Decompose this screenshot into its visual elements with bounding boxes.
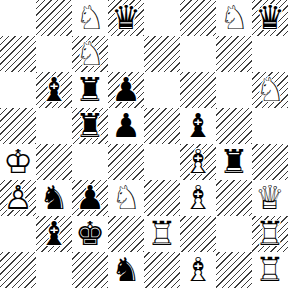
square-d4[interactable] [108, 144, 144, 180]
square-e4[interactable] [144, 144, 180, 180]
piece-black-bishop: ♝ [36, 216, 72, 252]
square-e5[interactable] [144, 108, 180, 144]
piece-black-pawn: ♟ [108, 108, 144, 144]
square-h5[interactable] [252, 108, 288, 144]
square-g3[interactable] [216, 180, 252, 216]
square-e6[interactable] [144, 72, 180, 108]
square-e1[interactable] [144, 252, 180, 288]
square-f7[interactable] [180, 36, 216, 72]
square-g4[interactable]: ♜ [216, 144, 252, 180]
square-d6[interactable]: ♟ [108, 72, 144, 108]
square-g6[interactable] [216, 72, 252, 108]
square-b6[interactable]: ♝ [36, 72, 72, 108]
square-a7[interactable] [0, 36, 36, 72]
piece-black-rook: ♜ [72, 72, 108, 108]
square-g5[interactable] [216, 108, 252, 144]
square-a3[interactable]: ♟♙ [0, 180, 36, 216]
piece-white-knight: ♞♘ [108, 180, 144, 216]
square-g1[interactable] [216, 252, 252, 288]
square-f6[interactable] [180, 72, 216, 108]
square-d3[interactable]: ♞♘ [108, 180, 144, 216]
square-g2[interactable] [216, 216, 252, 252]
square-a2[interactable] [0, 216, 36, 252]
square-b8[interactable] [36, 0, 72, 36]
square-g8[interactable]: ♞♘ [216, 0, 252, 36]
square-g7[interactable] [216, 36, 252, 72]
square-d8[interactable]: ♛ [108, 0, 144, 36]
piece-white-bishop: ♝♗ [180, 252, 216, 288]
square-h4[interactable] [252, 144, 288, 180]
piece-black-rook: ♜ [72, 108, 108, 144]
square-f5[interactable]: ♝ [180, 108, 216, 144]
square-c5[interactable]: ♜ [72, 108, 108, 144]
square-c6[interactable]: ♜ [72, 72, 108, 108]
square-c7[interactable]: ♞♘ [72, 36, 108, 72]
square-f1[interactable]: ♝♗ [180, 252, 216, 288]
piece-black-bishop: ♝ [36, 72, 72, 108]
piece-white-knight: ♞♘ [216, 0, 252, 36]
square-c1[interactable] [72, 252, 108, 288]
square-h8[interactable]: ♛ [252, 0, 288, 36]
square-d5[interactable]: ♟ [108, 108, 144, 144]
piece-black-king: ♚ [72, 216, 108, 252]
square-c3[interactable]: ♟ [72, 180, 108, 216]
square-d7[interactable] [108, 36, 144, 72]
piece-white-pawn: ♟♙ [0, 180, 36, 216]
piece-black-knight: ♞ [36, 180, 72, 216]
square-c4[interactable] [72, 144, 108, 180]
piece-white-bishop: ♝♗ [180, 144, 216, 180]
piece-white-knight: ♞♘ [72, 0, 108, 36]
square-d1[interactable]: ♞ [108, 252, 144, 288]
square-h7[interactable] [252, 36, 288, 72]
square-e8[interactable] [144, 0, 180, 36]
piece-white-queen: ♛♕ [252, 180, 288, 216]
square-b7[interactable] [36, 36, 72, 72]
piece-white-knight: ♞♘ [72, 36, 108, 72]
square-h1[interactable]: ♜♖ [252, 252, 288, 288]
piece-black-queen: ♛ [252, 0, 288, 36]
square-c8[interactable]: ♞♘ [72, 0, 108, 36]
square-c2[interactable]: ♚ [72, 216, 108, 252]
square-e2[interactable]: ♜♖ [144, 216, 180, 252]
piece-white-rook: ♜♖ [144, 216, 180, 252]
square-a5[interactable] [0, 108, 36, 144]
piece-black-pawn: ♟ [72, 180, 108, 216]
square-h6[interactable]: ♞♘ [252, 72, 288, 108]
piece-white-king: ♚♔ [0, 144, 36, 180]
piece-white-bishop: ♝♗ [180, 180, 216, 216]
square-b1[interactable] [36, 252, 72, 288]
square-f2[interactable] [180, 216, 216, 252]
piece-white-rook: ♜♖ [252, 252, 288, 288]
piece-white-rook: ♜♖ [252, 216, 288, 252]
square-f4[interactable]: ♝♗ [180, 144, 216, 180]
square-h2[interactable]: ♜♖ [252, 216, 288, 252]
piece-black-queen: ♛ [108, 0, 144, 36]
square-d2[interactable] [108, 216, 144, 252]
square-f3[interactable]: ♝♗ [180, 180, 216, 216]
piece-black-knight: ♞ [108, 252, 144, 288]
chess-board: ♞♘♛♞♘♛♞♘♝♜♟♞♘♜♟♝♚♔♝♗♜♟♙♞♟♞♘♝♗♛♕♝♚♜♖♜♖♞♝♗… [0, 0, 288, 288]
square-b2[interactable]: ♝ [36, 216, 72, 252]
square-h3[interactable]: ♛♕ [252, 180, 288, 216]
square-e7[interactable] [144, 36, 180, 72]
piece-black-rook: ♜ [216, 144, 252, 180]
piece-black-pawn: ♟ [108, 72, 144, 108]
square-a4[interactable]: ♚♔ [0, 144, 36, 180]
square-a8[interactable] [0, 0, 36, 36]
piece-white-knight: ♞♘ [252, 72, 288, 108]
square-b5[interactable] [36, 108, 72, 144]
square-f8[interactable] [180, 0, 216, 36]
square-b3[interactable]: ♞ [36, 180, 72, 216]
square-b4[interactable] [36, 144, 72, 180]
square-a1[interactable] [0, 252, 36, 288]
square-a6[interactable] [0, 72, 36, 108]
piece-black-bishop: ♝ [180, 108, 216, 144]
square-e3[interactable] [144, 180, 180, 216]
